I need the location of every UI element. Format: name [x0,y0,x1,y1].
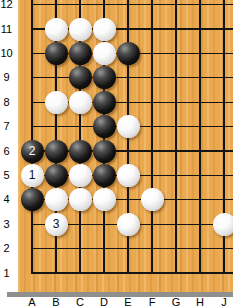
column-label-g: G [169,296,183,308]
column-label-e: E [121,296,135,308]
stone-black-d7 [93,115,116,138]
stone-white-c5 [69,164,92,187]
stone-black-d5 [93,164,116,187]
stone-black-c6 [69,140,92,163]
stone-white-j3 [213,213,234,236]
stone-black-e10 [117,42,140,65]
move-number: 1 [21,164,44,187]
column-label-c: C [73,296,87,308]
stone-black-b6 [45,140,68,163]
column-label-h: H [193,296,207,308]
row-label-6: 6 [0,145,13,158]
row-label-8: 8 [0,96,13,109]
move-number: 2 [21,140,44,163]
stone-white-e5 [117,164,140,187]
column-label-d: D [97,296,111,308]
stone-black-a4 [21,188,44,211]
row-label-4: 4 [0,193,13,206]
stone-white-e7 [117,115,140,138]
stone-black-d6 [93,140,116,163]
go-app-screen: 213 121110987654321ABCDEFGHJ [0,0,233,308]
grid-line-horizontal [31,248,233,249]
stone-white-f4 [141,188,164,211]
stone-white-a5: 1 [21,164,44,187]
column-label-b: B [49,296,63,308]
stone-white-d11 [93,18,116,41]
stone-white-c11 [69,18,92,41]
column-label-j: J [217,296,231,308]
row-label-11: 11 [0,23,13,36]
column-label-f: F [145,296,159,308]
grid-line-horizontal [31,77,233,78]
stone-black-b5 [45,164,68,187]
row-label-7: 7 [0,120,13,133]
move-number: 3 [45,213,68,236]
stone-black-c10 [69,42,92,65]
stone-white-b8 [45,91,68,114]
grid-line-vertical [151,0,152,274]
row-label-2: 2 [0,242,13,255]
stone-white-b4 [45,188,68,211]
grid-line-vertical [199,0,200,274]
row-label-12: 12 [0,0,13,11]
stone-white-d10 [93,42,116,65]
row-label-9: 9 [0,71,13,84]
stone-black-d8 [93,91,116,114]
grid-line-horizontal [31,272,233,274]
grid-line-vertical [175,0,176,274]
go-board[interactable]: 213 [0,0,233,308]
stone-white-b11 [45,18,68,41]
stone-black-b10 [45,42,68,65]
stone-black-c9 [69,66,92,89]
stone-black-d9 [93,66,116,89]
row-label-5: 5 [0,169,13,182]
row-label-1: 1 [0,267,13,280]
stone-white-b3: 3 [45,213,68,236]
column-label-a: A [25,296,39,308]
stone-white-c4 [69,188,92,211]
grid-line-vertical [31,0,33,274]
stone-black-a6: 2 [21,140,44,163]
stone-white-c8 [69,91,92,114]
stone-white-d4 [93,188,116,211]
row-label-3: 3 [0,218,13,231]
stone-white-e3 [117,213,140,236]
grid-line-horizontal [31,4,233,5]
row-label-10: 10 [0,47,13,60]
